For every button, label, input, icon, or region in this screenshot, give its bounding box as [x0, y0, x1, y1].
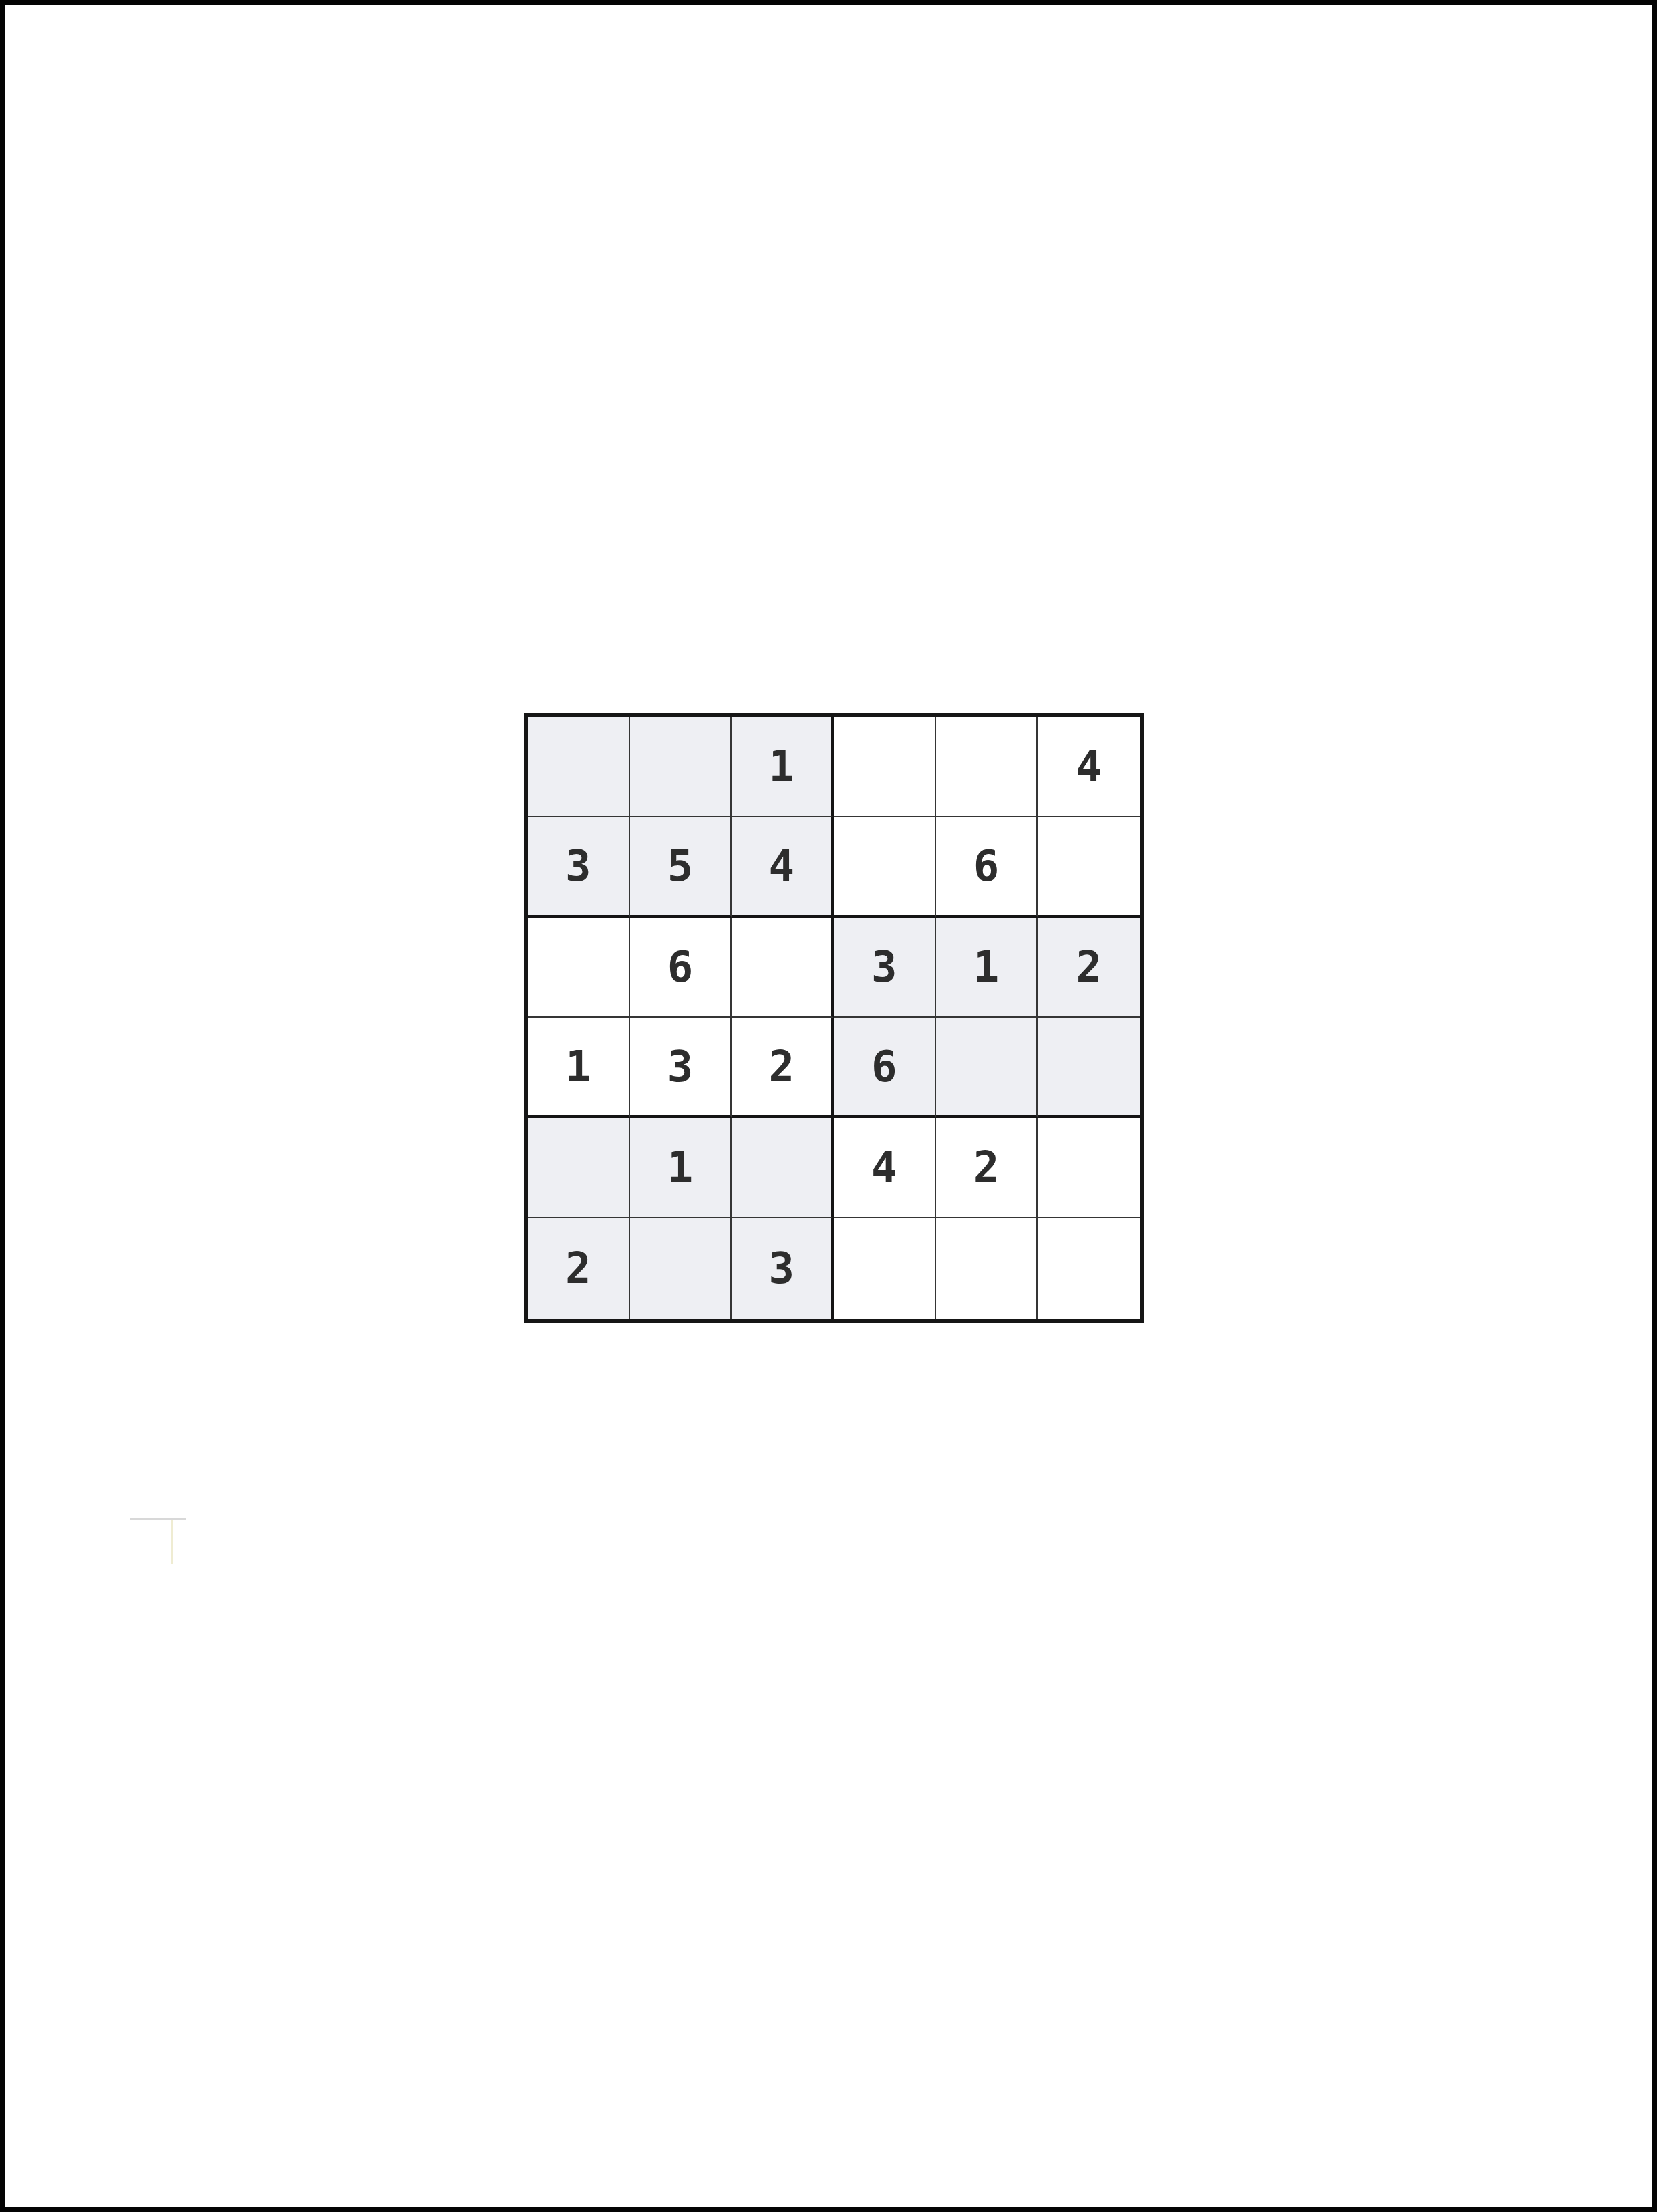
cell-r6c2[interactable] [630, 1218, 732, 1319]
cell-r5c2[interactable]: 1 [630, 1118, 732, 1218]
cell-r6c3[interactable]: 3 [732, 1218, 834, 1319]
cell-r6c6[interactable] [1038, 1218, 1140, 1319]
cell-r4c5[interactable] [936, 1018, 1038, 1118]
cell-r4c6[interactable] [1038, 1018, 1140, 1118]
cell-r4c4[interactable]: 6 [834, 1018, 936, 1118]
cell-r5c6[interactable] [1038, 1118, 1140, 1218]
cell-r1c6[interactable]: 4 [1038, 717, 1140, 817]
cell-r2c4[interactable] [834, 817, 936, 918]
cell-r3c4[interactable]: 3 [834, 918, 936, 1018]
cell-r3c2[interactable]: 6 [630, 918, 732, 1018]
cell-r2c5[interactable]: 6 [936, 817, 1038, 918]
cell-r2c2[interactable]: 5 [630, 817, 732, 918]
cell-r6c4[interactable] [834, 1218, 936, 1319]
cell-r1c1[interactable] [528, 717, 630, 817]
cell-r6c5[interactable] [936, 1218, 1038, 1319]
scanned-worksheet-page: 1 4 3 5 4 6 6 3 1 2 1 3 2 6 1 4 2 2 3 [0, 0, 1657, 2212]
cell-r6c1[interactable]: 2 [528, 1218, 630, 1319]
scan-artifact-horizontal [130, 1518, 186, 1520]
cell-r4c2[interactable]: 3 [630, 1018, 732, 1118]
cell-r3c3[interactable] [732, 918, 834, 1018]
cell-r5c4[interactable]: 4 [834, 1118, 936, 1218]
cell-r1c2[interactable] [630, 717, 732, 817]
cell-r3c1[interactable] [528, 918, 630, 1018]
cell-r4c1[interactable]: 1 [528, 1018, 630, 1118]
cell-r2c3[interactable]: 4 [732, 817, 834, 918]
cell-r5c5[interactable]: 2 [936, 1118, 1038, 1218]
cell-r4c3[interactable]: 2 [732, 1018, 834, 1118]
cell-r1c3[interactable]: 1 [732, 717, 834, 817]
cell-r2c1[interactable]: 3 [528, 817, 630, 918]
cell-r3c5[interactable]: 1 [936, 918, 1038, 1018]
cell-r5c3[interactable] [732, 1118, 834, 1218]
cell-r1c4[interactable] [834, 717, 936, 817]
cell-r1c5[interactable] [936, 717, 1038, 817]
cell-r3c6[interactable]: 2 [1038, 918, 1140, 1018]
cell-r2c6[interactable] [1038, 817, 1140, 918]
cell-r5c1[interactable] [528, 1118, 630, 1218]
sudoku-board: 1 4 3 5 4 6 6 3 1 2 1 3 2 6 1 4 2 2 3 [524, 713, 1144, 1323]
scan-artifact-vertical [171, 1520, 173, 1564]
